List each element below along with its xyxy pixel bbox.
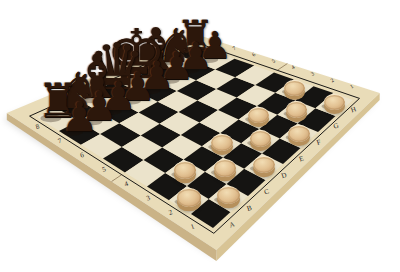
checker-shadow xyxy=(214,197,231,203)
piece-shadow xyxy=(139,67,159,74)
piece-shadow xyxy=(179,49,198,56)
piece-shadow xyxy=(62,128,83,136)
piece-shadow xyxy=(160,76,180,83)
piece-shadow xyxy=(80,96,100,104)
piece-shadow xyxy=(60,105,81,113)
piece-shadow xyxy=(199,56,218,63)
piece-shadow xyxy=(40,114,61,122)
checker-shadow xyxy=(283,111,299,116)
piece-shadow xyxy=(120,77,140,84)
checker-shadow xyxy=(321,104,336,109)
checker-shadow xyxy=(250,166,267,172)
checker-shadow xyxy=(171,172,188,178)
piece-shadow xyxy=(159,58,178,65)
piece-shadow xyxy=(121,97,142,105)
piece-shadow xyxy=(179,66,199,73)
piece-shadow xyxy=(101,107,122,115)
checker-shadow xyxy=(245,117,261,122)
piece-shadow xyxy=(140,87,160,95)
chessboard: 1122334455667788ABCDEFGH xyxy=(0,0,400,272)
checker-shadow xyxy=(282,89,297,94)
product-photo-scene: 1122334455667788ABCDEFGH ♜♟♞♟♝♟♚♛♟♝♟♞♟♜♟… xyxy=(0,0,400,272)
checker-shadow xyxy=(208,144,224,149)
checker-shadow xyxy=(174,199,191,205)
checker-shadow xyxy=(247,140,263,145)
piece-shadow xyxy=(100,86,120,94)
piece-shadow xyxy=(81,117,102,125)
checker-shadow xyxy=(211,170,228,176)
checker-shadow xyxy=(286,135,302,140)
